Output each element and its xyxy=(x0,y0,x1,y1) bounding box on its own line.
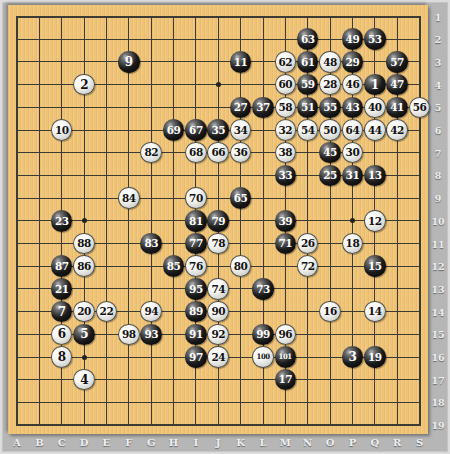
column-label-G: G xyxy=(147,437,156,448)
row-label-17: 17 xyxy=(429,374,447,385)
move-number: 81 xyxy=(189,216,203,227)
stone-black-29: 29 xyxy=(342,51,364,73)
stone-white-16: 16 xyxy=(319,301,341,323)
stone-white-96: 96 xyxy=(275,324,297,346)
move-number: 88 xyxy=(77,238,91,249)
stone-white-62: 62 xyxy=(275,51,297,73)
stone-black-79: 79 xyxy=(207,210,229,232)
move-number: 87 xyxy=(55,261,69,272)
move-number: 48 xyxy=(323,57,337,68)
row-label-13: 13 xyxy=(429,283,447,294)
move-number: 93 xyxy=(144,329,158,340)
stone-black-51: 51 xyxy=(297,97,319,119)
star-point xyxy=(82,218,87,223)
stone-black-69: 69 xyxy=(163,119,185,141)
stone-white-34: 34 xyxy=(230,119,252,141)
move-number: 51 xyxy=(301,102,315,113)
stone-white-2: 2 xyxy=(73,74,95,96)
column-label-K: K xyxy=(236,437,245,448)
stone-black-83: 83 xyxy=(140,233,162,255)
move-number: 35 xyxy=(211,125,225,136)
move-number: 49 xyxy=(346,34,360,45)
stone-white-36: 36 xyxy=(230,142,252,164)
move-number: 30 xyxy=(346,147,360,158)
column-label-R: R xyxy=(393,437,401,448)
stone-white-30: 30 xyxy=(342,142,364,164)
stone-black-19: 19 xyxy=(364,346,386,368)
move-number: 22 xyxy=(100,306,114,317)
stone-black-17: 17 xyxy=(275,369,297,391)
stone-white-70: 70 xyxy=(185,187,207,209)
stone-white-10: 10 xyxy=(51,119,73,141)
move-number: 58 xyxy=(278,102,292,113)
stone-black-25: 25 xyxy=(319,165,341,187)
move-number: 69 xyxy=(167,125,181,136)
stone-white-72: 72 xyxy=(297,255,319,277)
move-number: 44 xyxy=(368,125,382,136)
move-number: 41 xyxy=(390,102,404,113)
move-number: 6 xyxy=(58,328,66,340)
stone-white-58: 58 xyxy=(275,97,297,119)
stone-black-73: 73 xyxy=(252,278,274,300)
move-number: 72 xyxy=(301,261,315,272)
move-number: 50 xyxy=(323,125,337,136)
move-number: 27 xyxy=(234,102,248,113)
move-number: 3 xyxy=(348,351,356,363)
move-number: 15 xyxy=(368,261,382,272)
row-label-9: 9 xyxy=(429,193,447,204)
stone-white-20: 20 xyxy=(73,301,95,323)
move-number: 85 xyxy=(167,261,181,272)
move-number: 66 xyxy=(211,147,225,158)
move-number: 5 xyxy=(80,328,88,340)
stone-black-89: 89 xyxy=(185,301,207,323)
move-number: 71 xyxy=(278,238,292,249)
grid-line-horizontal xyxy=(16,402,421,403)
diagram-frame: 1234567891011121314151617181920212223242… xyxy=(0,0,450,454)
move-number: 53 xyxy=(368,34,382,45)
move-number: 2 xyxy=(80,79,88,91)
move-number: 89 xyxy=(189,306,203,317)
column-label-E: E xyxy=(103,437,111,448)
stone-black-35: 35 xyxy=(207,119,229,141)
row-label-15: 15 xyxy=(429,329,447,340)
stone-black-63: 63 xyxy=(297,28,319,50)
move-number: 12 xyxy=(368,216,382,227)
move-number: 56 xyxy=(413,102,427,113)
stone-black-27: 27 xyxy=(230,97,252,119)
row-label-6: 6 xyxy=(429,125,447,136)
move-number: 74 xyxy=(211,284,225,295)
stone-white-74: 74 xyxy=(207,278,229,300)
column-label-J: J xyxy=(216,437,221,448)
move-number: 46 xyxy=(346,79,360,90)
stone-black-13: 13 xyxy=(364,165,386,187)
move-number: 86 xyxy=(77,261,91,272)
move-number: 36 xyxy=(234,147,248,158)
stone-black-101: 101 xyxy=(275,346,297,368)
stone-black-57: 57 xyxy=(386,51,408,73)
stone-white-18: 18 xyxy=(342,233,364,255)
stone-white-6: 6 xyxy=(51,324,73,346)
column-label-I: I xyxy=(194,437,199,448)
move-number: 39 xyxy=(278,216,292,227)
stone-white-92: 92 xyxy=(207,324,229,346)
row-label-19: 19 xyxy=(429,420,447,431)
move-number: 54 xyxy=(301,125,315,136)
column-label-P: P xyxy=(349,437,357,448)
stone-white-8: 8 xyxy=(51,346,73,368)
stone-black-41: 41 xyxy=(386,97,408,119)
stone-black-7: 7 xyxy=(51,301,73,323)
move-number: 42 xyxy=(390,125,404,136)
move-number: 7 xyxy=(58,306,66,318)
move-number: 9 xyxy=(125,56,133,68)
move-number: 23 xyxy=(55,216,69,227)
move-number: 65 xyxy=(234,193,248,204)
stone-white-46: 46 xyxy=(342,74,364,96)
move-number: 16 xyxy=(323,306,337,317)
stone-white-24: 24 xyxy=(207,346,229,368)
stone-black-45: 45 xyxy=(319,142,341,164)
column-label-C: C xyxy=(58,437,66,448)
row-label-7: 7 xyxy=(429,147,447,158)
stone-white-56: 56 xyxy=(409,97,431,119)
stone-white-54: 54 xyxy=(297,119,319,141)
move-number: 13 xyxy=(368,170,382,181)
stone-black-67: 67 xyxy=(185,119,207,141)
stone-black-47: 47 xyxy=(386,74,408,96)
grid-line-horizontal xyxy=(16,198,421,199)
row-label-14: 14 xyxy=(429,306,447,317)
move-number: 8 xyxy=(58,351,66,363)
move-number: 33 xyxy=(278,170,292,181)
stone-white-32: 32 xyxy=(275,119,297,141)
stone-black-23: 23 xyxy=(51,210,73,232)
move-number: 55 xyxy=(323,102,337,113)
move-number: 37 xyxy=(256,102,270,113)
stone-white-60: 60 xyxy=(275,74,297,96)
stone-black-1: 1 xyxy=(364,74,386,96)
row-label-18: 18 xyxy=(429,397,447,408)
move-number: 38 xyxy=(278,147,292,158)
move-number: 17 xyxy=(278,374,292,385)
column-label-Q: Q xyxy=(370,437,379,448)
stone-black-43: 43 xyxy=(342,97,364,119)
column-label-A: A xyxy=(13,437,21,448)
stone-white-12: 12 xyxy=(364,210,386,232)
stone-black-31: 31 xyxy=(342,165,364,187)
move-number: 47 xyxy=(390,79,404,90)
stone-black-91: 91 xyxy=(185,324,207,346)
move-number: 20 xyxy=(77,306,91,317)
move-number: 45 xyxy=(323,147,337,158)
stone-white-80: 80 xyxy=(230,255,252,277)
star-point xyxy=(350,218,355,223)
stone-black-33: 33 xyxy=(275,165,297,187)
stone-black-55: 55 xyxy=(319,97,341,119)
move-number: 70 xyxy=(189,193,203,204)
move-number: 64 xyxy=(346,125,360,136)
move-number: 98 xyxy=(122,329,136,340)
row-label-3: 3 xyxy=(429,56,447,67)
grid-line-horizontal xyxy=(16,16,421,18)
move-number: 73 xyxy=(256,284,270,295)
move-number: 97 xyxy=(189,352,203,363)
column-label-H: H xyxy=(169,437,178,448)
move-number: 92 xyxy=(211,329,225,340)
stone-black-65: 65 xyxy=(230,187,252,209)
column-label-N: N xyxy=(303,437,312,448)
stone-white-40: 40 xyxy=(364,97,386,119)
stone-white-38: 38 xyxy=(275,142,297,164)
stone-black-99: 99 xyxy=(252,324,274,346)
go-board: 1234567891011121314151617181920212223242… xyxy=(8,5,428,434)
row-label-4: 4 xyxy=(429,79,447,90)
move-number: 1 xyxy=(371,79,379,91)
stone-white-64: 64 xyxy=(342,119,364,141)
stone-white-76: 76 xyxy=(185,255,207,277)
row-label-5: 5 xyxy=(429,102,447,113)
star-point xyxy=(216,82,221,87)
move-number: 100 xyxy=(256,353,269,361)
stone-black-97: 97 xyxy=(185,346,207,368)
stone-black-3: 3 xyxy=(342,346,364,368)
stone-black-77: 77 xyxy=(185,233,207,255)
stone-black-21: 21 xyxy=(51,278,73,300)
move-number: 60 xyxy=(278,79,292,90)
move-number: 99 xyxy=(256,329,270,340)
move-number: 78 xyxy=(211,238,225,249)
stone-black-39: 39 xyxy=(275,210,297,232)
move-number: 84 xyxy=(122,193,136,204)
stone-white-42: 42 xyxy=(386,119,408,141)
move-number: 28 xyxy=(323,79,337,90)
move-number: 68 xyxy=(189,147,203,158)
stone-white-82: 82 xyxy=(140,142,162,164)
move-number: 31 xyxy=(346,170,360,181)
move-number: 61 xyxy=(301,57,315,68)
stone-white-22: 22 xyxy=(96,301,118,323)
move-number: 18 xyxy=(346,238,360,249)
move-number: 32 xyxy=(278,125,292,136)
stone-black-53: 53 xyxy=(364,28,386,50)
row-label-10: 10 xyxy=(429,215,447,226)
move-number: 10 xyxy=(55,125,69,136)
stone-white-78: 78 xyxy=(207,233,229,255)
move-number: 94 xyxy=(144,306,158,317)
stone-black-93: 93 xyxy=(140,324,162,346)
move-number: 95 xyxy=(189,284,203,295)
stone-white-68: 68 xyxy=(185,142,207,164)
stone-black-71: 71 xyxy=(275,233,297,255)
move-number: 101 xyxy=(279,353,292,361)
grid-line-horizontal xyxy=(16,424,421,426)
move-number: 63 xyxy=(301,34,315,45)
stone-white-90: 90 xyxy=(207,301,229,323)
move-number: 4 xyxy=(80,374,88,386)
stone-black-37: 37 xyxy=(252,97,274,119)
stone-white-66: 66 xyxy=(207,142,229,164)
move-number: 19 xyxy=(368,352,382,363)
move-number: 80 xyxy=(234,261,248,272)
move-number: 77 xyxy=(189,238,203,249)
move-number: 57 xyxy=(390,57,404,68)
column-label-D: D xyxy=(80,437,89,448)
move-number: 21 xyxy=(55,284,69,295)
move-number: 91 xyxy=(189,329,203,340)
stone-white-84: 84 xyxy=(118,187,140,209)
stone-white-88: 88 xyxy=(73,233,95,255)
stone-black-9: 9 xyxy=(118,51,140,73)
stone-white-4: 4 xyxy=(73,369,95,391)
move-number: 67 xyxy=(189,125,203,136)
row-label-16: 16 xyxy=(429,352,447,363)
stone-white-48: 48 xyxy=(319,51,341,73)
move-number: 43 xyxy=(346,102,360,113)
move-number: 25 xyxy=(323,170,337,181)
move-number: 59 xyxy=(301,79,315,90)
move-number: 96 xyxy=(278,329,292,340)
move-number: 76 xyxy=(189,261,203,272)
move-number: 29 xyxy=(346,57,360,68)
move-number: 90 xyxy=(211,306,225,317)
column-label-S: S xyxy=(416,437,423,448)
stone-black-11: 11 xyxy=(230,51,252,73)
move-number: 14 xyxy=(368,306,382,317)
stone-black-61: 61 xyxy=(297,51,319,73)
stone-black-95: 95 xyxy=(185,278,207,300)
stone-black-81: 81 xyxy=(185,210,207,232)
move-number: 40 xyxy=(368,102,382,113)
star-point xyxy=(82,355,87,360)
move-number: 82 xyxy=(144,147,158,158)
stone-white-94: 94 xyxy=(140,301,162,323)
move-number: 62 xyxy=(278,57,292,68)
column-label-B: B xyxy=(35,437,43,448)
column-label-O: O xyxy=(326,437,335,448)
row-label-8: 8 xyxy=(429,170,447,181)
move-number: 26 xyxy=(301,238,315,249)
row-label-2: 2 xyxy=(429,34,447,45)
move-number: 83 xyxy=(144,238,158,249)
stone-black-87: 87 xyxy=(51,255,73,277)
stone-white-86: 86 xyxy=(73,255,95,277)
move-number: 11 xyxy=(234,57,248,68)
stone-black-15: 15 xyxy=(364,255,386,277)
stone-white-28: 28 xyxy=(319,74,341,96)
stone-black-59: 59 xyxy=(297,74,319,96)
move-number: 34 xyxy=(234,125,248,136)
column-label-M: M xyxy=(280,437,291,448)
move-number: 24 xyxy=(211,352,225,363)
stone-black-85: 85 xyxy=(163,255,185,277)
row-label-1: 1 xyxy=(429,11,447,22)
stone-black-5: 5 xyxy=(73,324,95,346)
stone-white-14: 14 xyxy=(364,301,386,323)
stone-white-100: 100 xyxy=(252,346,274,368)
stone-white-26: 26 xyxy=(297,233,319,255)
row-label-11: 11 xyxy=(429,238,447,249)
stone-white-44: 44 xyxy=(364,119,386,141)
row-label-12: 12 xyxy=(429,261,447,272)
column-label-F: F xyxy=(125,437,132,448)
stone-white-50: 50 xyxy=(319,119,341,141)
column-label-L: L xyxy=(259,437,266,448)
stone-black-49: 49 xyxy=(342,28,364,50)
stone-white-98: 98 xyxy=(118,324,140,346)
move-number: 79 xyxy=(211,216,225,227)
